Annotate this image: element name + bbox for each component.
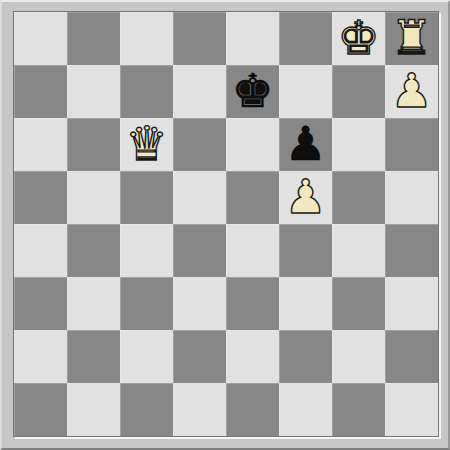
square-c4[interactable] <box>120 224 173 277</box>
square-a2[interactable] <box>14 330 67 383</box>
black-king[interactable]: ♚ <box>231 64 273 117</box>
square-d6[interactable] <box>173 118 226 171</box>
square-d8[interactable] <box>173 12 226 65</box>
square-c2[interactable] <box>120 330 173 383</box>
square-b5[interactable] <box>67 171 120 224</box>
square-d3[interactable] <box>173 277 226 330</box>
square-h3[interactable] <box>385 277 438 330</box>
square-d2[interactable] <box>173 330 226 383</box>
square-e8[interactable] <box>226 12 279 65</box>
square-e6[interactable] <box>226 118 279 171</box>
square-g4[interactable] <box>332 224 385 277</box>
square-f7[interactable] <box>279 65 332 118</box>
square-f1[interactable] <box>279 383 332 436</box>
chess-board: ♚♜♚♟♛♟♟ <box>13 11 439 437</box>
white-rook[interactable]: ♜ <box>390 11 432 64</box>
square-a8[interactable] <box>14 12 67 65</box>
square-e4[interactable] <box>226 224 279 277</box>
square-b7[interactable] <box>67 65 120 118</box>
square-a7[interactable] <box>14 65 67 118</box>
white-pawn[interactable]: ♟ <box>390 64 432 117</box>
square-a1[interactable] <box>14 383 67 436</box>
square-d7[interactable] <box>173 65 226 118</box>
white-pawn[interactable]: ♟ <box>284 170 326 223</box>
square-a6[interactable] <box>14 118 67 171</box>
square-b6[interactable] <box>67 118 120 171</box>
square-h1[interactable] <box>385 383 438 436</box>
square-e1[interactable] <box>226 383 279 436</box>
square-c7[interactable] <box>120 65 173 118</box>
square-e2[interactable] <box>226 330 279 383</box>
square-g1[interactable] <box>332 383 385 436</box>
square-f6[interactable]: ♟ <box>279 118 332 171</box>
board-frame: ♚♜♚♟♛♟♟ <box>0 0 450 450</box>
square-h4[interactable] <box>385 224 438 277</box>
square-h7[interactable]: ♟ <box>385 65 438 118</box>
square-g6[interactable] <box>332 118 385 171</box>
square-g7[interactable] <box>332 65 385 118</box>
square-f3[interactable] <box>279 277 332 330</box>
square-a4[interactable] <box>14 224 67 277</box>
square-d1[interactable] <box>173 383 226 436</box>
square-b2[interactable] <box>67 330 120 383</box>
square-c3[interactable] <box>120 277 173 330</box>
square-c5[interactable] <box>120 171 173 224</box>
square-e7[interactable]: ♚ <box>226 65 279 118</box>
square-b3[interactable] <box>67 277 120 330</box>
square-g5[interactable] <box>332 171 385 224</box>
square-e5[interactable] <box>226 171 279 224</box>
square-g2[interactable] <box>332 330 385 383</box>
square-g8[interactable]: ♚ <box>332 12 385 65</box>
square-g3[interactable] <box>332 277 385 330</box>
square-a3[interactable] <box>14 277 67 330</box>
square-a5[interactable] <box>14 171 67 224</box>
square-d4[interactable] <box>173 224 226 277</box>
square-d5[interactable] <box>173 171 226 224</box>
square-f5[interactable]: ♟ <box>279 171 332 224</box>
square-c6[interactable]: ♛ <box>120 118 173 171</box>
square-c1[interactable] <box>120 383 173 436</box>
square-h8[interactable]: ♜ <box>385 12 438 65</box>
square-h6[interactable] <box>385 118 438 171</box>
black-pawn[interactable]: ♟ <box>284 117 326 170</box>
square-e3[interactable] <box>226 277 279 330</box>
square-b1[interactable] <box>67 383 120 436</box>
square-f2[interactable] <box>279 330 332 383</box>
square-c8[interactable] <box>120 12 173 65</box>
white-queen[interactable]: ♛ <box>125 117 167 170</box>
square-b4[interactable] <box>67 224 120 277</box>
white-king[interactable]: ♚ <box>337 11 379 64</box>
square-f4[interactable] <box>279 224 332 277</box>
square-h5[interactable] <box>385 171 438 224</box>
square-f8[interactable] <box>279 12 332 65</box>
square-h2[interactable] <box>385 330 438 383</box>
square-b8[interactable] <box>67 12 120 65</box>
